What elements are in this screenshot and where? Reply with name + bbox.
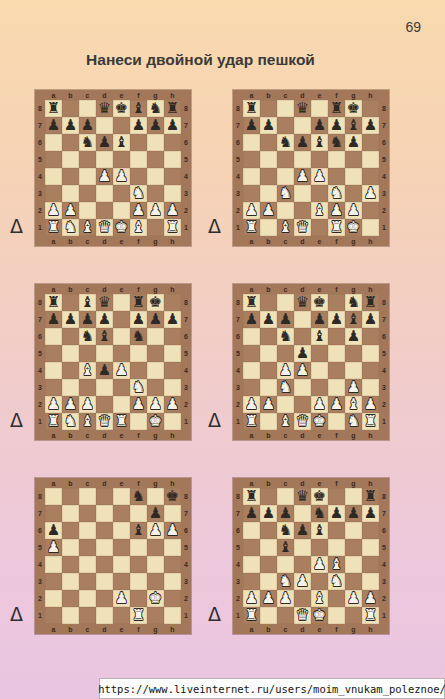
rank-label-2: 2 [35,202,45,219]
rank-label-2: 2 [233,396,243,413]
square-b4 [62,556,79,573]
white-knight-c3: ♞ [279,573,292,590]
square-g6: ♟ [147,522,164,539]
white-pawn-g3: ♟ [347,379,360,396]
rank-label-8: 8 [35,488,45,505]
square-d5 [96,345,113,362]
square-c4: ♝ [79,362,96,379]
white-pawn-g2: ♟ [347,202,360,219]
black-pawn-g7: ♟ [149,505,162,522]
rank-label-8: 8 [233,294,243,311]
square-g7: ♝ [345,311,362,328]
square-g8: ♚ [147,294,164,311]
white-rook-h1: ♜ [166,219,179,236]
rank-label-6: 6 [233,134,243,151]
white-bishop-c1: ♝ [279,219,292,236]
rank-label-1: 1 [181,413,191,430]
square-d2 [96,590,113,607]
square-d2 [96,396,113,413]
black-queen-d8: ♛ [296,294,309,311]
square-h8: ♚ [164,488,181,505]
black-rook-a8: ♜ [245,488,258,505]
square-f8: ♞ [130,488,147,505]
white-bishop-e2: ♝ [313,202,326,219]
square-g1 [345,607,362,624]
square-e4: ♟ [113,362,130,379]
square-b1: ♞ [62,413,79,430]
chess-diagram-6: Δ abcdefgh8♜♛♚♜87♟♟♟♞♟♟♟76♞♟♝65♝54♟♝43♞♟… [203,478,389,634]
square-h4 [362,168,379,185]
rank-label-7: 7 [233,505,243,522]
white-pawn-h6: ♟ [166,522,179,539]
square-g2: ♟ [345,202,362,219]
black-pawn-d6: ♟ [296,134,309,151]
black-pawn-h7: ♟ [364,505,377,522]
square-c7: ♟ [79,117,96,134]
diagram-grid: Δ abcdefgh8♜♛♚♝♞♜87♟♟♟♟♟♟76♞♟♝6554♟♟43♞3… [5,90,389,634]
square-a1: ♜ [45,413,62,430]
white-pawn-e2: ♟ [313,396,326,413]
white-pawn-c2: ♟ [81,396,94,413]
board-frame-corner [233,430,243,440]
board-frame-corner [233,624,243,634]
square-g4 [147,168,164,185]
square-g5 [345,539,362,556]
square-h8: ♜ [362,294,379,311]
rank-label-2: 2 [379,202,389,219]
square-d1: ♛ [294,219,311,236]
square-d6: ♟ [294,522,311,539]
rank-label-3: 3 [35,573,45,590]
rank-label-2: 2 [181,396,191,413]
white-to-move-marker: Δ [208,217,221,236]
file-label-h: h [362,90,379,100]
square-f3: ♞ [328,185,345,202]
square-h8: ♜ [362,488,379,505]
square-h3 [362,379,379,396]
square-g6 [345,522,362,539]
square-c6: ♞ [277,328,294,345]
file-label-h: h [164,236,181,246]
square-h4 [164,362,181,379]
white-pawn-f2: ♟ [132,396,145,413]
black-queen-d8: ♛ [98,294,111,311]
square-b1 [260,607,277,624]
square-f7: ♟ [328,117,345,134]
white-king-g1: ♚ [149,413,162,430]
square-d4 [96,556,113,573]
black-king-h8: ♚ [166,488,179,505]
rank-label-3: 3 [35,185,45,202]
square-h3 [164,573,181,590]
file-label-d: d [96,430,113,440]
square-b4 [62,168,79,185]
square-d7: ♟ [96,311,113,328]
file-label-g: g [147,236,164,246]
square-g1 [147,607,164,624]
rank-label-1: 1 [233,219,243,236]
square-b2: ♟ [260,396,277,413]
file-label-c: c [79,624,96,634]
square-f6 [328,522,345,539]
white-pawn-h2: ♟ [364,590,377,607]
square-h5 [164,345,181,362]
square-d3 [96,185,113,202]
square-f2: ♟ [130,202,147,219]
square-h7: ♟ [362,505,379,522]
file-label-b: b [62,236,79,246]
square-d5 [96,151,113,168]
square-f7: ♟ [130,311,147,328]
square-a3 [45,573,62,590]
book-page: 69 Нанеси двойной удар пешкой Δ abcdefgh… [0,0,445,699]
rank-label-8: 8 [379,294,389,311]
black-pawn-a7: ♟ [245,311,258,328]
square-b7: ♟ [260,117,277,134]
square-c1: ♝ [277,413,294,430]
square-e3 [311,379,328,396]
square-f6: ♞ [328,134,345,151]
square-b3 [260,185,277,202]
square-h4 [362,556,379,573]
square-b6 [260,134,277,151]
black-pawn-f7: ♟ [330,117,343,134]
square-f3 [328,379,345,396]
square-h7: ♟ [362,117,379,134]
square-d7 [96,117,113,134]
file-label-d: d [294,624,311,634]
square-g6 [147,134,164,151]
chess-board-1: abcdefgh8♜♛♚♝♞♜87♟♟♟♟♟♟76♞♟♝6554♟♟43♞32♟… [35,90,191,246]
white-pawn-e4: ♟ [115,362,128,379]
square-a5 [243,151,260,168]
white-pawn-b2: ♟ [262,590,275,607]
black-pawn-c7: ♟ [81,311,94,328]
file-label-b: b [260,284,277,294]
rank-label-1: 1 [35,219,45,236]
white-to-move-marker: Δ [10,411,23,430]
square-c3 [79,573,96,590]
square-g1 [147,219,164,236]
rank-label-2: 2 [379,396,389,413]
file-label-b: b [260,430,277,440]
black-king-g8: ♚ [347,100,360,117]
file-label-c: c [277,430,294,440]
black-knight-c6: ♞ [279,522,292,539]
black-king-g8: ♚ [149,294,162,311]
square-e7: ♟ [311,311,328,328]
square-f3: ♞ [328,573,345,590]
black-pawn-a7: ♟ [47,311,60,328]
file-label-g: g [345,624,362,634]
square-c8: ♝ [79,294,96,311]
square-f7: ♟ [328,311,345,328]
square-g1: ♚ [147,413,164,430]
square-a7 [45,505,62,522]
square-a4 [45,362,62,379]
chess-board-2: abcdefgh8♜♛♜♚87♟♟♟♟♝♟76♞♟♝♞♟6554♟♟43♞♞♟3… [233,90,389,246]
black-knight-f8: ♞ [132,488,145,505]
rank-label-8: 8 [379,100,389,117]
file-label-h: h [164,624,181,634]
square-f8: ♜ [130,294,147,311]
file-label-f: f [130,430,147,440]
square-c7: ♟ [277,311,294,328]
file-label-c: c [79,478,96,488]
square-e3 [113,185,130,202]
square-b4 [260,556,277,573]
square-h2 [362,202,379,219]
square-h6 [362,522,379,539]
square-c4 [79,168,96,185]
square-a2: ♟ [243,396,260,413]
square-f3 [130,573,147,590]
rank-label-2: 2 [379,590,389,607]
white-pawn-h2: ♟ [166,202,179,219]
black-knight-c6: ♞ [279,134,292,151]
white-rook-a1: ♜ [47,413,60,430]
rank-label-6: 6 [379,134,389,151]
square-e1: ♜ [113,413,130,430]
square-b6 [62,134,79,151]
rank-label-8: 8 [181,100,191,117]
square-d4: ♟ [96,362,113,379]
board-frame-corner [35,90,45,100]
square-a4 [243,556,260,573]
square-d7 [96,505,113,522]
white-king-g2: ♚ [149,590,162,607]
rank-label-7: 7 [379,117,389,134]
black-pawn-c7: ♟ [279,311,292,328]
rank-label-7: 7 [233,117,243,134]
white-pawn-a2: ♟ [47,202,60,219]
square-g4 [147,362,164,379]
white-knight-b1: ♞ [64,219,77,236]
black-pawn-g7: ♟ [347,505,360,522]
square-a7: ♟ [45,117,62,134]
square-a6 [45,134,62,151]
square-h4 [362,362,379,379]
square-h1 [362,219,379,236]
white-rook-h1: ♜ [364,607,377,624]
square-b4 [260,362,277,379]
file-label-h: h [362,236,379,246]
square-f7: ♟ [328,505,345,522]
square-e2 [113,202,130,219]
black-pawn-d5: ♟ [296,345,309,362]
board-frame-corner [379,478,389,488]
rank-label-4: 4 [233,362,243,379]
black-pawn-h7: ♟ [364,311,377,328]
rank-label-1: 1 [35,413,45,430]
file-label-a: a [45,478,62,488]
black-pawn-b7: ♟ [64,311,77,328]
square-h5 [362,151,379,168]
square-d4: ♟ [96,168,113,185]
square-b8 [260,488,277,505]
black-knight-f6: ♞ [330,134,343,151]
square-a4 [45,556,62,573]
square-g5 [345,345,362,362]
square-h5 [164,539,181,556]
black-knight-c6: ♞ [279,328,292,345]
white-queen-d1: ♛ [296,219,309,236]
rank-label-5: 5 [233,151,243,168]
square-b7: ♟ [62,311,79,328]
black-knight-e7: ♞ [313,505,326,522]
black-bishop-c8: ♝ [81,294,94,311]
black-pawn-d4: ♟ [98,362,111,379]
square-c4 [277,556,294,573]
black-queen-d8: ♛ [296,488,309,505]
square-b4 [62,362,79,379]
square-f6: ♝ [130,522,147,539]
square-d3 [294,185,311,202]
square-f8 [328,488,345,505]
square-a8: ♜ [243,294,260,311]
square-a6: ♟ [45,522,62,539]
square-e3 [311,573,328,590]
white-queen-d1: ♛ [296,413,309,430]
square-a8: ♜ [243,488,260,505]
square-b1: ♞ [62,219,79,236]
square-g3 [345,573,362,590]
square-f5 [130,539,147,556]
rank-label-4: 4 [379,362,389,379]
file-label-b: b [62,430,79,440]
square-b3 [62,573,79,590]
file-label-g: g [345,236,362,246]
square-e2: ♝ [311,202,328,219]
white-bishop-g2: ♝ [347,396,360,413]
square-g7: ♟ [147,311,164,328]
square-c6: ♞ [277,522,294,539]
square-d4: ♟ [294,168,311,185]
file-label-a: a [45,430,62,440]
square-c3 [79,185,96,202]
square-h6 [362,134,379,151]
rank-label-3: 3 [233,379,243,396]
black-rook-h8: ♜ [364,488,377,505]
rank-label-3: 3 [181,573,191,590]
square-f5 [130,151,147,168]
file-label-e: e [113,284,130,294]
square-h2: ♟ [164,396,181,413]
black-pawn-a7: ♟ [245,117,258,134]
white-king-e1: ♚ [115,219,128,236]
rank-label-7: 7 [379,311,389,328]
black-rook-h8: ♜ [166,100,179,117]
black-knight-g8: ♞ [149,100,162,117]
black-pawn-a7: ♟ [245,505,258,522]
rank-label-6: 6 [181,134,191,151]
square-c1 [79,607,96,624]
black-bishop-g7: ♝ [347,117,360,134]
file-label-a: a [45,624,62,634]
square-c2: ♟ [79,396,96,413]
white-pawn-c2: ♟ [279,590,292,607]
square-d5 [294,539,311,556]
board-frame-corner [35,430,45,440]
square-g2: ♚ [147,590,164,607]
square-h2: ♟ [362,590,379,607]
file-label-d: d [96,624,113,634]
white-to-move-marker: Δ [208,605,221,624]
square-d7 [294,117,311,134]
square-c8 [79,100,96,117]
white-knight-f3: ♞ [330,185,343,202]
white-rook-a1: ♜ [47,219,60,236]
square-d6: ♟ [294,134,311,151]
rank-label-5: 5 [181,539,191,556]
square-g4 [147,556,164,573]
square-h6 [164,328,181,345]
rank-label-1: 1 [233,413,243,430]
square-e7 [113,311,130,328]
square-g2: ♟ [147,202,164,219]
square-e7 [113,117,130,134]
square-c7: ♟ [79,311,96,328]
square-g5 [345,151,362,168]
white-pawn-f2: ♟ [330,202,343,219]
rank-label-1: 1 [379,219,389,236]
square-a1: ♜ [243,219,260,236]
file-label-b: b [62,284,79,294]
board-frame-corner [379,90,389,100]
black-king-e8: ♚ [115,100,128,117]
square-c2 [79,590,96,607]
black-rook-a8: ♜ [47,100,60,117]
square-d1: ♛ [96,413,113,430]
file-label-h: h [362,624,379,634]
square-g8: ♞ [345,294,362,311]
square-a6 [243,522,260,539]
white-pawn-a2: ♟ [245,202,258,219]
rank-label-8: 8 [35,100,45,117]
square-a7: ♟ [243,311,260,328]
white-pawn-e4: ♟ [313,556,326,573]
black-pawn-g7: ♟ [149,311,162,328]
square-d1: ♛ [294,413,311,430]
file-label-c: c [277,90,294,100]
square-g3 [345,185,362,202]
square-g6 [147,328,164,345]
black-pawn-b7: ♟ [262,117,275,134]
square-f8: ♜ [328,100,345,117]
file-label-e: e [311,236,328,246]
square-g6: ♟ [345,134,362,151]
square-c5 [277,151,294,168]
board-frame-corner [35,624,45,634]
black-pawn-f7: ♟ [132,311,145,328]
board-frame-corner [35,236,45,246]
square-e1: ♚ [113,219,130,236]
rank-label-1: 1 [379,607,389,624]
chess-diagram-5: Δ abcdefgh8♞♚87♟76♟♝♟♟65♟544332♟♚21♜1abc… [5,478,191,634]
square-c3 [79,379,96,396]
square-f2: ♟ [328,396,345,413]
rank-label-4: 4 [35,168,45,185]
rank-label-6: 6 [233,328,243,345]
white-queen-d1: ♛ [296,607,309,624]
square-h6 [164,134,181,151]
square-b3 [260,573,277,590]
chess-diagram-2: Δ abcdefgh8♜♛♜♚87♟♟♟♟♝♟76♞♟♝♞♟6554♟♟43♞♞… [203,90,389,246]
file-label-f: f [328,624,345,634]
square-d3 [294,379,311,396]
square-f1 [328,607,345,624]
board-frame-corner [379,236,389,246]
